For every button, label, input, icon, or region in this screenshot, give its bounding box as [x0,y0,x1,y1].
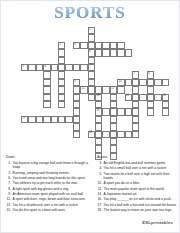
clue-item: 14.A Japanese martial art. [97,192,177,196]
clue-item: 18.The fastest way to move on your own t… [97,208,177,212]
clue-item: 8.A fight sport with big gloves and a ri… [6,187,91,191]
clue-number: 13. [6,203,13,207]
clue-item: 4.You hit a small ball over a net with a… [97,166,177,170]
crossword-cell[interactable] [58,116,65,123]
cell-number: 16 [96,109,99,112]
crossword-cell[interactable] [110,49,117,56]
clue-text: You play ______ on ice with sticks and a… [104,197,177,201]
clue-text: You bounce a big orange ball and throw i… [13,161,91,170]
crossword-cell[interactable] [95,145,102,152]
clue-text: A sport you do on a bike. [104,181,177,185]
clue-text: A sport with bars, rings, beam and floor… [13,197,91,201]
cell-number: 14 [126,94,129,97]
crossword-cell[interactable] [43,79,50,86]
crossword-cell[interactable] [117,131,124,138]
crossword-cell[interactable] [132,116,139,123]
crossword-cell[interactable] [51,64,58,71]
clue-text: You hit a ball with a bat and run around… [104,203,177,207]
crossword-grid: 123456789101112131415161718 [21,27,169,161]
across-clues-section: Across: 3.An old English bat-and-ball su… [97,155,177,213]
crossword-cell[interactable] [147,79,154,86]
crossword-cell[interactable] [125,79,132,86]
crossword-cell[interactable] [43,94,50,101]
crossword-cell[interactable] [43,71,50,78]
crossword-cell[interactable] [51,116,58,123]
crossword-cell[interactable]: 9 [73,79,80,86]
crossword-cell[interactable] [110,131,117,138]
cell-number: 8 [148,72,149,75]
cell-number: 11 [82,87,85,90]
cell-number: 18 [89,131,92,134]
down-clues-section: Down: 1.You bounce a big orange ball and… [6,155,91,213]
clue-text: Two teams hit a ball over a high net wit… [104,172,177,181]
cell-number: 12 [111,87,114,90]
crossword-cell[interactable] [147,86,154,93]
crossword-cell[interactable] [117,42,124,49]
crossword-cell[interactable] [162,101,169,108]
clue-item: 9.An American team sport played with an … [6,192,91,196]
across-clues-header: Across: [97,155,177,159]
crossword-cell[interactable] [73,123,80,130]
clue-number: 11. [97,187,104,191]
crossword-cell[interactable] [102,108,109,115]
crossword-cell[interactable]: 2 [58,42,65,49]
crossword-cell[interactable] [147,108,154,115]
clue-item: 1.You bounce a big orange ball and throw… [6,161,91,170]
crossword-cell[interactable]: 7 [132,71,139,78]
crossword-cell[interactable] [43,101,50,108]
crossword-cell[interactable] [73,131,80,138]
crossword-cell[interactable] [80,64,87,71]
cell-number: 3 [74,43,75,46]
clue-text: A Japanese martial art. [104,192,177,196]
crossword-cell[interactable] [132,101,139,108]
clue-number: 18. [97,208,104,212]
clue-number: 10. [97,181,104,185]
clue-item: 17.You hit a ball with a bat and run aro… [97,203,177,207]
crossword-cell[interactable]: 8 [147,71,154,78]
clue-text: You hit a shuttlecock over a net with a … [13,203,91,207]
cell-number: 15 [163,94,166,97]
crossword-cell[interactable] [132,86,139,93]
crossword-cell[interactable] [73,101,80,108]
clue-number: 3. [97,161,104,165]
clue-number: 7. [6,181,13,185]
crossword-cell[interactable]: 1 [88,27,95,34]
crossword-cell[interactable] [132,108,139,115]
crossword-cell[interactable] [102,86,109,93]
worksheet-title: SPORTS [1,3,179,23]
cell-number: 10 [119,80,122,83]
clue-item: 13.You hit a shuttlecock over a net with… [6,203,91,207]
crossword-cell[interactable] [95,131,102,138]
crossword-cell[interactable]: 15 [162,94,169,101]
cell-number: 5 [22,65,23,68]
crossword-cell[interactable] [110,108,117,115]
crossword-cell[interactable] [110,94,117,101]
crossword-cell[interactable] [58,79,65,86]
crossword-cell[interactable] [95,116,102,123]
crossword-cell[interactable] [58,64,65,71]
crossword-cell[interactable] [132,94,139,101]
crossword-cell[interactable] [58,71,65,78]
clue-item: 2.Running, jumping and throwing events. [6,171,91,175]
worksheet-page: SPORTS 123456789101112131415161718 Down:… [0,0,180,233]
crossword-cell[interactable] [73,94,80,101]
crossword-cell[interactable] [73,86,80,93]
crossword-cell[interactable] [110,138,117,145]
clue-number: 9. [6,192,13,196]
cell-number: 4 [89,50,90,53]
crossword-cell[interactable] [132,123,139,130]
crossword-cell[interactable] [125,49,132,56]
clue-text: You hit a small ball over a net with a r… [104,166,177,170]
crossword-cell[interactable] [162,79,169,86]
crossword-cell[interactable]: 13 [95,94,102,101]
clue-item: 11.The most popular team sport in the wo… [97,187,177,191]
crossword-cell[interactable]: 11 [80,86,87,93]
across-clues-list: 3.An old English bat-and-ball summer gam… [97,161,177,212]
clue-item: 6.You need snow and two long boards for … [6,176,91,180]
crossword-cell[interactable] [110,116,117,123]
crossword-cell[interactable] [88,34,95,41]
crossword-cell[interactable] [36,64,43,71]
crossword-cell[interactable] [36,116,43,123]
cell-number: 9 [74,80,75,83]
clue-text: Running, jumping and throwing events. [13,171,91,175]
cell-number: 7 [133,72,134,75]
clue-number: 5. [97,172,104,181]
crossword-cell[interactable] [58,49,65,56]
crossword-cell[interactable] [110,42,117,49]
crossword-cell[interactable] [95,42,102,49]
clue-item: 12.A sport with bars, rings, beam and fl… [6,197,91,201]
crossword-cell[interactable]: 6 [43,64,50,71]
cell-number: 2 [59,43,60,46]
crossword-cell[interactable]: 10 [117,79,124,86]
crossword-cell[interactable] [132,79,139,86]
clue-number: 12. [6,197,13,201]
clue-number: 4. [97,166,104,170]
crossword-cell[interactable] [88,42,95,49]
crossword-cell[interactable]: 14 [125,94,132,101]
clue-item: 16.You play ______ on ice with sticks an… [97,197,177,201]
crossword-cell[interactable] [58,94,65,101]
watermark-text: ESLprintables [142,220,173,225]
down-clues-list: 1.You bounce a big orange ball and throw… [6,161,91,212]
clue-text: Two athletes try to pin each other to th… [13,181,91,185]
crossword-cell[interactable] [110,123,117,130]
crossword-cell[interactable] [110,145,117,152]
crossword-cell[interactable] [65,116,72,123]
crossword-cell[interactable] [95,86,102,93]
down-clues-header: Down: [6,155,91,159]
crossword-cell[interactable] [162,108,169,115]
clue-item: 15.You do this sport in a boat with oars… [6,208,91,212]
clue-text: The fastest way to move on your own two … [104,208,177,212]
crossword-cell[interactable]: 4 [88,49,95,56]
crossword-cell[interactable] [154,79,161,86]
crossword-cell[interactable] [95,49,102,56]
crossword-cell[interactable] [117,108,124,115]
clue-number: 1. [6,161,13,170]
clue-text: An old English bat-and-ball summer game. [104,161,177,165]
crossword-cell[interactable] [80,42,87,49]
clue-text: You do this sport in a boat with oars. [13,208,91,212]
clue-text: The most popular team sport in the world… [104,187,177,191]
crossword-cell[interactable] [102,131,109,138]
crossword-cell[interactable] [28,64,35,71]
clue-item: 7.Two athletes try to pin each other to … [6,181,91,185]
clue-text: You need snow and two long boards for th… [13,176,91,180]
crossword-cell[interactable] [58,101,65,108]
crossword-cell[interactable] [102,42,109,49]
crossword-cell[interactable] [65,64,72,71]
crossword-cell[interactable] [43,86,50,93]
crossword-cell[interactable] [147,94,154,101]
crossword-cell[interactable] [139,94,146,101]
crossword-cell[interactable] [58,57,65,64]
crossword-cell[interactable]: 16 [95,108,102,115]
crossword-cell[interactable] [28,116,35,123]
crossword-cell[interactable] [117,49,124,56]
clue-item: 10.A sport you do on a bike. [97,181,177,185]
crossword-cell[interactable]: 5 [21,64,28,71]
crossword-cell[interactable] [95,123,102,130]
crossword-cell[interactable] [88,57,95,64]
clue-item: 5.Two teams hit a ball over a high net w… [97,172,177,181]
clue-number: 15. [6,208,13,212]
crossword-cell[interactable] [139,79,146,86]
crossword-cell[interactable] [125,108,132,115]
crossword-cell[interactable] [58,86,65,93]
clue-number: 2. [6,171,13,175]
crossword-cell[interactable]: 12 [110,86,117,93]
clue-number: 17. [97,203,104,207]
crossword-cell[interactable] [132,131,139,138]
crossword-cell[interactable] [88,64,95,71]
crossword-cell[interactable] [154,94,161,101]
crossword-cell[interactable]: 3 [73,42,80,49]
crossword-cell[interactable] [125,131,132,138]
clue-number: 16. [97,197,104,201]
clue-number: 14. [97,192,104,196]
clue-text: A fight sport with big gloves and a ring… [13,187,91,191]
crossword-cell[interactable] [73,116,80,123]
crossword-cell[interactable] [88,71,95,78]
crossword-cell[interactable] [43,116,50,123]
clue-item: 3.An old English bat-and-ball summer gam… [97,161,177,165]
crossword-cell[interactable] [110,101,117,108]
cell-number: 17 [22,117,25,120]
crossword-cell[interactable] [95,101,102,108]
crossword-cell[interactable] [95,138,102,145]
clue-number: 8. [6,187,13,191]
crossword-cell[interactable] [88,94,95,101]
crossword-cell[interactable] [147,101,154,108]
cell-number: 1 [89,28,90,31]
crossword-cell[interactable]: 17 [21,116,28,123]
crossword-cell[interactable] [73,64,80,71]
clue-text: An American team sport played with an ov… [13,192,91,196]
crossword-cell[interactable] [102,49,109,56]
crossword-cell[interactable] [88,79,95,86]
crossword-cell[interactable] [117,86,124,93]
cell-number: 13 [96,94,99,97]
crossword-cell[interactable] [88,86,95,93]
clue-number: 6. [6,176,13,180]
cell-number: 6 [45,65,46,68]
crossword-cell[interactable]: 18 [88,131,95,138]
crossword-cell[interactable] [73,108,80,115]
